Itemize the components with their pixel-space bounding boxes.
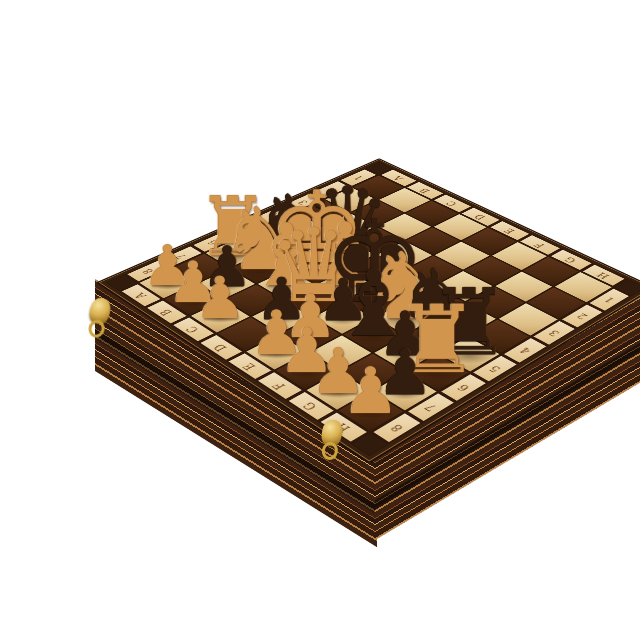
- file-label: G: [563, 256, 579, 264]
- file-label: E: [502, 227, 517, 234]
- rank-label: 4: [517, 346, 533, 355]
- rank-label: 2: [575, 312, 590, 321]
- file-label: B: [418, 187, 432, 194]
- rank-label: 3: [546, 328, 562, 337]
- file-label: H: [595, 271, 612, 280]
- file-label: D: [473, 213, 488, 220]
- file-label: C: [445, 200, 460, 207]
- piece-white-p-c8[interactable]: ♟: [194, 269, 246, 327]
- file-label: D: [212, 342, 230, 352]
- rank-label: 1: [602, 295, 617, 303]
- file-label: F: [533, 241, 548, 249]
- file-label: A: [392, 175, 406, 182]
- product-photo-scene: ABCDEFGH1122334455667788ABCDEFGH ♟♟♟♟♟♟♟…: [0, 0, 640, 640]
- piece-white-p-h8[interactable]: ♟: [342, 359, 399, 423]
